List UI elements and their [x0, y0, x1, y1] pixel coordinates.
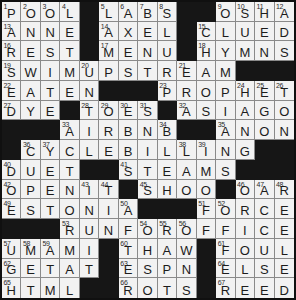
cell-letter: O	[236, 243, 254, 258]
grid-cell[interactable]: 41S	[119, 160, 138, 180]
grid-cell[interactable]: S	[119, 61, 138, 81]
cell-letter: I	[236, 223, 254, 238]
cell-letter: G	[236, 144, 254, 159]
block-cell	[275, 160, 294, 180]
cell-letter: S	[138, 262, 156, 277]
block-cell	[2, 140, 21, 160]
cell-letter: N	[138, 124, 156, 139]
grid-cell[interactable]: A	[236, 101, 255, 121]
block-cell	[60, 101, 79, 121]
grid-cell[interactable]: N	[99, 219, 118, 239]
grid-cell[interactable]: L	[80, 140, 99, 160]
grid-cell[interactable]: O	[60, 199, 79, 219]
cell-letter: S	[119, 164, 137, 179]
grid-cell[interactable]: I	[236, 219, 255, 239]
grid-cell[interactable]: E	[255, 278, 274, 298]
grid-cell[interactable]: F	[119, 219, 138, 239]
block-cell	[216, 180, 235, 200]
grid-cell[interactable]: R	[236, 199, 255, 219]
cell-letter: F	[216, 223, 234, 238]
grid-cell[interactable]: E	[275, 259, 294, 279]
grid-cell[interactable]: Y	[21, 101, 40, 121]
grid-cell[interactable]: N	[41, 22, 60, 42]
cell-letter: N	[138, 45, 156, 60]
block-cell	[41, 120, 60, 140]
cell-letter: A	[158, 243, 176, 258]
grid-cell[interactable]: N	[138, 41, 157, 61]
cell-letter: O	[2, 183, 20, 198]
grid-cell[interactable]: I	[80, 120, 99, 140]
grid-cell[interactable]: A	[60, 259, 79, 279]
grid-cell[interactable]: T	[138, 61, 157, 81]
grid-cell[interactable]: T	[138, 160, 157, 180]
grid-cell[interactable]: I	[99, 199, 118, 219]
grid-cell[interactable]: 25E	[255, 81, 274, 101]
cell-letter: S	[138, 104, 156, 119]
cell-letter: E	[2, 203, 20, 218]
grid-cell[interactable]: U	[21, 160, 40, 180]
grid-cell[interactable]: 20U	[80, 61, 99, 81]
grid-cell[interactable]: M	[60, 61, 79, 81]
cell-letter: D	[2, 164, 20, 179]
grid-cell[interactable]: E	[41, 160, 60, 180]
grid-cell[interactable]: S	[41, 41, 60, 61]
grid-cell[interactable]: 17M	[99, 41, 118, 61]
grid-cell[interactable]: Y	[216, 41, 235, 61]
grid-cell[interactable]: S	[216, 160, 235, 180]
block-cell	[236, 61, 255, 81]
cell-letter: R	[275, 183, 294, 198]
grid-cell[interactable]: 64E	[216, 259, 235, 279]
grid-cell[interactable]: 9O	[216, 2, 235, 22]
grid-cell[interactable]: E	[60, 22, 79, 42]
grid-cell[interactable]: 11H	[255, 2, 274, 22]
grid-cell[interactable]: E	[119, 41, 138, 61]
cell-letter: F	[197, 223, 215, 238]
grid-cell[interactable]: L	[158, 140, 177, 160]
block-cell	[21, 219, 40, 239]
grid-cell[interactable]: E	[138, 22, 157, 42]
cell-letter: L	[60, 6, 78, 21]
grid-cell[interactable]: 23P	[158, 81, 177, 101]
cell-letter: R	[158, 65, 176, 80]
cell-letter: T	[80, 104, 98, 119]
grid-cell[interactable]: 21E	[177, 61, 196, 81]
cell-letter: R	[60, 223, 78, 238]
grid-cell[interactable]: 60T	[119, 239, 138, 259]
cell-letter: E	[119, 262, 137, 277]
grid-cell[interactable]: P	[21, 180, 40, 200]
grid-cell[interactable]: 44T	[99, 180, 118, 200]
cell-letter: X	[119, 25, 137, 40]
block-cell	[197, 278, 216, 298]
cell-letter: O	[177, 183, 195, 198]
block-cell	[255, 61, 274, 81]
grid-cell[interactable]: P	[99, 61, 118, 81]
grid-cell[interactable]: 28T	[80, 101, 99, 121]
grid-cell[interactable]: 24H	[236, 81, 255, 101]
grid-cell[interactable]: N	[80, 199, 99, 219]
cell-letter: T	[138, 65, 156, 80]
cell-letter: E	[41, 183, 59, 198]
grid-cell[interactable]: 63E	[119, 259, 138, 279]
grid-cell[interactable]: O	[197, 81, 216, 101]
cell-letter: F	[216, 243, 234, 258]
block-cell	[275, 61, 294, 81]
grid-cell[interactable]: 1P	[2, 2, 21, 22]
grid-cell[interactable]: 59A	[41, 239, 60, 259]
grid-cell[interactable]: N	[275, 120, 294, 140]
block-cell	[138, 81, 157, 101]
cell-letter: S	[119, 65, 137, 80]
grid-cell[interactable]: 56O	[177, 219, 196, 239]
grid-cell[interactable]: B	[119, 120, 138, 140]
block-cell	[255, 160, 274, 180]
cell-letter: L	[216, 25, 234, 40]
grid-cell[interactable]: 37Y	[41, 140, 60, 160]
block-cell	[119, 180, 138, 200]
grid-cell[interactable]: A	[158, 239, 177, 259]
grid-cell[interactable]: 3O	[41, 2, 60, 22]
grid-cell[interactable]: O	[177, 180, 196, 200]
grid-cell[interactable]: U	[255, 239, 274, 259]
block-cell	[21, 120, 40, 140]
grid-cell[interactable]: 22E	[2, 81, 21, 101]
grid-cell[interactable]: N	[255, 41, 274, 61]
grid-cell[interactable]: O	[138, 278, 157, 298]
grid-cell[interactable]: E	[41, 101, 60, 121]
grid-cell[interactable]: 6A	[119, 2, 138, 22]
cell-letter: W	[21, 65, 39, 80]
cell-letter: M	[197, 164, 215, 179]
grid-cell[interactable]: E	[60, 81, 79, 101]
cell-letter: U	[255, 243, 273, 258]
grid-cell[interactable]: M	[60, 239, 79, 259]
cell-letter: C	[21, 144, 39, 159]
cell-letter: A	[119, 203, 137, 218]
grid-cell[interactable]: L	[60, 278, 79, 298]
grid-cell[interactable]: P	[216, 81, 235, 101]
grid-cell[interactable]: E	[99, 140, 118, 160]
grid-cell[interactable]: T	[80, 259, 99, 279]
grid-cell[interactable]: L	[158, 22, 177, 42]
grid-cell[interactable]: A	[21, 81, 40, 101]
grid-cell[interactable]: O	[255, 120, 274, 140]
cell-letter: I	[41, 65, 59, 80]
grid-cell[interactable]: L	[236, 259, 255, 279]
grid-cell[interactable]: 40D	[2, 160, 21, 180]
grid-cell[interactable]: O	[236, 239, 255, 259]
cell-letter: D	[275, 283, 294, 298]
cell-letter: A	[99, 25, 117, 40]
grid-cell[interactable]: A	[177, 160, 196, 180]
grid-cell[interactable]: 65H	[2, 278, 21, 298]
block-cell	[80, 2, 99, 22]
grid-cell[interactable]: 55R	[158, 219, 177, 239]
cell-letter: L	[99, 6, 117, 21]
cell-letter: E	[138, 25, 156, 40]
grid-cell[interactable]: 26T	[275, 81, 294, 101]
cell-letter: P	[21, 183, 39, 198]
grid-cell[interactable]: 32A	[177, 101, 196, 121]
grid-cell[interactable]: E	[275, 199, 294, 219]
grid-cell[interactable]: M	[216, 61, 235, 81]
block-cell	[236, 160, 255, 180]
cell-letter: T	[119, 243, 137, 258]
grid-cell[interactable]: 27D	[2, 101, 21, 121]
cell-letter: W	[177, 243, 195, 258]
cell-letter: A	[275, 6, 294, 21]
cell-letter: E	[99, 144, 117, 159]
block-cell	[177, 22, 196, 42]
grid-cell[interactable]: R	[99, 120, 118, 140]
grid-cell[interactable]: S	[197, 101, 216, 121]
grid-cell[interactable]: I	[41, 61, 60, 81]
cell-letter: I	[80, 124, 98, 139]
cell-letter: I	[99, 203, 117, 218]
grid-cell[interactable]: N	[236, 120, 255, 140]
grid-cell[interactable]: 14A	[99, 22, 118, 42]
cell-letter: T	[60, 164, 78, 179]
cell-letter: A	[216, 124, 234, 139]
grid-cell[interactable]: S	[177, 278, 196, 298]
block-cell	[99, 81, 118, 101]
block-cell	[2, 219, 21, 239]
cell-letter: S	[216, 164, 234, 179]
cell-letter: O	[60, 203, 78, 218]
cell-letter: R	[236, 203, 254, 218]
cell-letter: E	[119, 45, 137, 60]
grid-cell[interactable]: U	[236, 22, 255, 42]
grid-cell[interactable]: 15C	[197, 22, 216, 42]
grid-cell[interactable]: N	[216, 140, 235, 160]
cell-letter: N	[216, 144, 234, 159]
cell-letter: L	[158, 25, 176, 40]
grid-cell[interactable]: 33A	[60, 120, 79, 140]
grid-cell[interactable]: X	[119, 22, 138, 42]
grid-cell[interactable]: R	[158, 61, 177, 81]
grid-cell[interactable]: N	[80, 81, 99, 101]
grid-cell[interactable]: 43I	[80, 180, 99, 200]
grid-cell[interactable]: 46O	[236, 180, 255, 200]
cell-letter: A	[177, 164, 195, 179]
grid-cell[interactable]: G	[255, 101, 274, 121]
cell-letter: C	[197, 25, 215, 40]
grid-cell[interactable]: E	[275, 219, 294, 239]
cell-letter: H	[197, 45, 215, 60]
cell-letter: L	[275, 243, 294, 258]
grid-cell[interactable]: 54O	[138, 219, 157, 239]
grid-cell[interactable]: U	[158, 41, 177, 61]
grid-cell[interactable]: 67R	[216, 278, 235, 298]
cell-letter: R	[158, 223, 176, 238]
grid-cell[interactable]: 39I	[197, 140, 216, 160]
block-cell	[197, 120, 216, 140]
block-cell	[158, 101, 177, 121]
grid-cell[interactable]: T	[41, 81, 60, 101]
grid-cell[interactable]: E	[41, 180, 60, 200]
grid-cell[interactable]: 45S	[138, 180, 157, 200]
cell-letter: T	[60, 45, 78, 60]
cell-letter: P	[158, 85, 176, 100]
grid-cell[interactable]: 13A	[2, 22, 21, 42]
cell-letter: U	[80, 223, 98, 238]
grid-cell[interactable]: 2O	[21, 2, 40, 22]
grid-cell[interactable]: E	[158, 160, 177, 180]
cell-letter: E	[60, 25, 78, 40]
cell-letter: E	[2, 85, 20, 100]
cell-letter: Y	[41, 144, 59, 159]
grid-cell[interactable]: L	[275, 239, 294, 259]
grid-cell[interactable]: E	[21, 259, 40, 279]
grid-cell[interactable]: 66R	[119, 278, 138, 298]
grid-cell[interactable]: 29O	[99, 101, 118, 121]
grid-cell[interactable]: S	[275, 41, 294, 61]
grid-cell[interactable]: 50A	[119, 199, 138, 219]
grid-cell[interactable]: 30E	[119, 101, 138, 121]
block-cell	[275, 140, 294, 160]
cell-letter: E	[216, 262, 234, 277]
block-cell	[177, 41, 196, 61]
block-cell	[99, 259, 118, 279]
grid-cell[interactable]: N	[138, 120, 157, 140]
grid-cell[interactable]: I	[138, 140, 157, 160]
grid-cell[interactable]: C	[255, 199, 274, 219]
cell-letter: P	[99, 65, 117, 80]
grid-cell[interactable]: R	[177, 81, 196, 101]
cell-letter: S	[236, 6, 254, 21]
cell-letter: G	[2, 262, 20, 277]
grid-cell[interactable]: W	[177, 239, 196, 259]
grid-cell[interactable]: 62G	[2, 259, 21, 279]
cell-letter: E	[275, 262, 294, 277]
grid-cell[interactable]: G	[236, 140, 255, 160]
grid-cell[interactable]: 31S	[138, 101, 157, 121]
grid-cell[interactable]: 10S	[236, 2, 255, 22]
grid-cell[interactable]: D	[275, 22, 294, 42]
grid-cell[interactable]: 7B	[138, 2, 157, 22]
grid-cell[interactable]: 4L	[60, 2, 79, 22]
cell-letter: S	[2, 65, 20, 80]
grid-cell[interactable]: M	[41, 278, 60, 298]
grid-cell[interactable]: T	[158, 278, 177, 298]
grid-cell[interactable]: T	[60, 41, 79, 61]
grid-cell[interactable]: 49E	[2, 199, 21, 219]
grid-cell[interactable]: F	[216, 219, 235, 239]
grid-cell[interactable]: 34B	[158, 120, 177, 140]
cell-letter: T	[41, 262, 59, 277]
grid-cell[interactable]: 48R	[275, 180, 294, 200]
cell-letter: F	[197, 203, 215, 218]
cell-letter: U	[158, 45, 176, 60]
grid-cell[interactable]: 12A	[275, 2, 294, 22]
block-cell	[138, 199, 157, 219]
grid-cell[interactable]: B	[119, 140, 138, 160]
grid-cell[interactable]: 5L	[99, 2, 118, 22]
grid-cell[interactable]: N	[21, 22, 40, 42]
grid-cell[interactable]: 52O	[216, 199, 235, 219]
grid-cell[interactable]: W	[21, 61, 40, 81]
grid-cell[interactable]: P	[158, 259, 177, 279]
grid-cell[interactable]: 61F	[216, 239, 235, 259]
block-cell	[99, 160, 118, 180]
grid-cell[interactable]: O	[197, 180, 216, 200]
cell-letter: I	[138, 144, 156, 159]
grid-cell[interactable]: I	[80, 239, 99, 259]
grid-cell[interactable]: 35A	[216, 120, 235, 140]
cell-letter: T	[41, 85, 59, 100]
grid-cell[interactable]: I	[216, 101, 235, 121]
cell-letter: O	[138, 223, 156, 238]
grid-cell[interactable]: S	[138, 259, 157, 279]
cell-letter: R	[177, 85, 195, 100]
grid-cell[interactable]: 58M	[21, 239, 40, 259]
grid-cell[interactable]: 18H	[197, 41, 216, 61]
grid-cell[interactable]: 42O	[2, 180, 21, 200]
grid-cell[interactable]: U	[80, 219, 99, 239]
grid-cell[interactable]: E	[21, 41, 40, 61]
grid-cell[interactable]: 38L	[177, 140, 196, 160]
cell-letter: C	[60, 144, 78, 159]
grid-cell[interactable]: O	[275, 101, 294, 121]
grid-cell[interactable]: M	[197, 160, 216, 180]
grid-cell[interactable]: 36C	[21, 140, 40, 160]
cell-letter: H	[236, 85, 254, 100]
grid-cell[interactable]: F	[197, 219, 216, 239]
block-cell	[80, 41, 99, 61]
grid-cell[interactable]: D	[275, 278, 294, 298]
cell-letter: A	[119, 6, 137, 21]
grid-cell[interactable]: 19S	[2, 61, 21, 81]
cell-letter: Y	[216, 45, 234, 60]
grid-cell[interactable]: N	[177, 259, 196, 279]
grid-cell[interactable]: C	[255, 219, 274, 239]
grid-cell[interactable]: 47A	[255, 180, 274, 200]
grid-cell[interactable]: 57U	[2, 239, 21, 259]
grid-cell[interactable]: 51F	[197, 199, 216, 219]
grid-cell[interactable]: 53R	[60, 219, 79, 239]
grid-cell[interactable]: E	[255, 22, 274, 42]
grid-cell[interactable]: E	[236, 278, 255, 298]
grid-cell[interactable]: H	[158, 180, 177, 200]
grid-cell[interactable]: 8S	[158, 2, 177, 22]
grid-cell[interactable]: T	[41, 199, 60, 219]
cell-letter: L	[177, 144, 195, 159]
cell-letter: R	[216, 283, 234, 298]
grid-cell[interactable]: C	[60, 140, 79, 160]
cell-letter: E	[236, 283, 254, 298]
grid-cell[interactable]: T	[21, 278, 40, 298]
grid-cell[interactable]: S	[255, 259, 274, 279]
block-cell	[197, 259, 216, 279]
grid-cell[interactable]: T	[60, 160, 79, 180]
grid-cell[interactable]: 16R	[2, 41, 21, 61]
cell-letter: M	[21, 243, 39, 258]
cell-letter: A	[2, 25, 20, 40]
grid-cell[interactable]: T	[41, 259, 60, 279]
cell-letter: I	[80, 243, 98, 258]
cell-letter: H	[158, 183, 176, 198]
grid-cell[interactable]: A	[197, 61, 216, 81]
block-cell	[177, 199, 196, 219]
cell-letter: T	[275, 85, 294, 100]
grid-cell[interactable]: L	[216, 22, 235, 42]
grid-cell[interactable]: H	[138, 239, 157, 259]
grid-cell[interactable]: S	[21, 199, 40, 219]
grid-cell[interactable]: N	[60, 180, 79, 200]
block-cell	[197, 239, 216, 259]
grid-cell[interactable]: M	[236, 41, 255, 61]
